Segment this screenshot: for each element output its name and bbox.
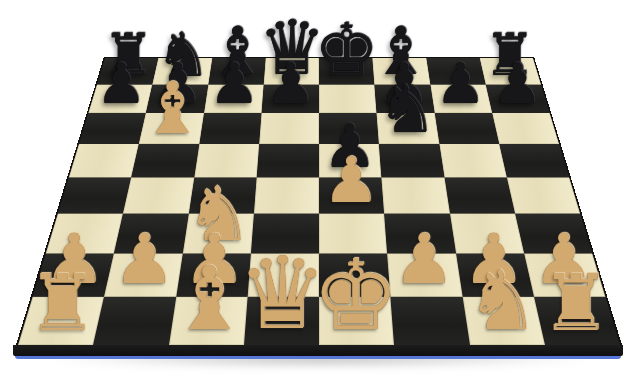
square-b5 — [131, 144, 199, 177]
square-a4 — [58, 177, 132, 213]
square-e4 — [319, 177, 384, 213]
square-c3 — [182, 214, 253, 254]
square-e1 — [319, 297, 394, 345]
square-a6 — [79, 113, 146, 144]
square-h4 — [507, 177, 581, 213]
square-a1 — [18, 297, 104, 345]
square-h5 — [499, 144, 569, 177]
square-e8 — [319, 58, 375, 84]
square-f7 — [375, 84, 435, 113]
square-g6 — [434, 113, 499, 144]
square-d4 — [254, 177, 319, 213]
square-f1 — [391, 297, 470, 345]
square-b1 — [93, 297, 176, 345]
square-a2 — [33, 253, 115, 297]
square-e6 — [319, 113, 379, 144]
square-d7 — [261, 84, 319, 113]
square-h7 — [486, 84, 550, 113]
square-c5 — [194, 144, 259, 177]
square-e2 — [319, 253, 391, 297]
square-h6 — [492, 113, 559, 144]
square-c8 — [208, 58, 266, 84]
square-b7 — [146, 84, 208, 113]
board-grid — [18, 58, 620, 345]
square-e5 — [319, 144, 382, 177]
square-h8 — [479, 58, 541, 84]
square-f4 — [382, 177, 450, 213]
square-h2 — [524, 253, 606, 297]
square-b2 — [104, 253, 182, 297]
square-f5 — [379, 144, 444, 177]
square-c2 — [176, 253, 251, 297]
square-g4 — [444, 177, 515, 213]
square-a7 — [88, 84, 152, 113]
square-d5 — [256, 144, 319, 177]
square-d6 — [259, 113, 319, 144]
square-g7 — [430, 84, 492, 113]
square-c4 — [188, 177, 256, 213]
square-c7 — [204, 84, 264, 113]
square-d2 — [247, 253, 319, 297]
square-g1 — [462, 297, 545, 345]
square-f2 — [387, 253, 462, 297]
square-c6 — [199, 113, 261, 144]
board-photo: ♜♞♝♛♚♝♜♟♟♟♟♟♟♟♝♞♟♟♞♟♟♟♟♟♟♜♝♛♚♞♜ — [0, 0, 630, 384]
square-h1 — [534, 297, 620, 345]
square-b3 — [114, 214, 188, 254]
square-d1 — [244, 297, 319, 345]
square-b6 — [139, 113, 204, 144]
square-h3 — [515, 214, 592, 254]
square-e7 — [319, 84, 377, 113]
square-g2 — [456, 253, 534, 297]
board-edge-blue-trim — [15, 356, 621, 359]
square-a3 — [46, 214, 123, 254]
square-a8 — [97, 58, 159, 84]
square-e3 — [319, 214, 387, 254]
square-d3 — [251, 214, 319, 254]
square-b8 — [152, 58, 212, 84]
square-d8 — [263, 58, 319, 84]
square-g5 — [439, 144, 507, 177]
board-front-edge — [13, 345, 623, 356]
square-g3 — [450, 214, 524, 254]
square-g8 — [426, 58, 486, 84]
square-a5 — [69, 144, 139, 177]
square-b4 — [123, 177, 194, 213]
square-f8 — [372, 58, 430, 84]
square-f3 — [384, 214, 455, 254]
square-c1 — [169, 297, 248, 345]
square-f6 — [377, 113, 439, 144]
